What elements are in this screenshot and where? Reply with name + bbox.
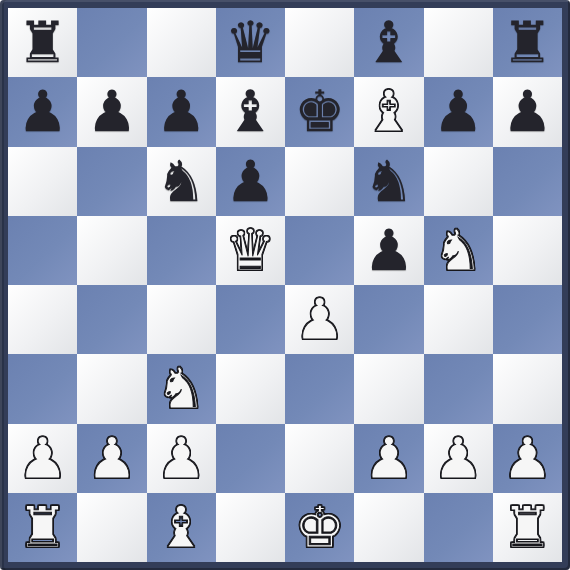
- square-b8[interactable]: [77, 8, 146, 77]
- piece-black-knight[interactable]: ♞: [156, 147, 207, 216]
- square-d2[interactable]: [216, 424, 285, 493]
- square-c1[interactable]: ♝: [147, 493, 216, 562]
- square-g5[interactable]: ♞: [424, 216, 493, 285]
- piece-black-pawn[interactable]: ♟: [86, 77, 137, 146]
- square-b2[interactable]: ♟: [77, 424, 146, 493]
- piece-black-knight[interactable]: ♞: [363, 147, 414, 216]
- piece-white-queen[interactable]: ♛: [225, 216, 276, 285]
- square-f4[interactable]: [354, 285, 423, 354]
- square-f7[interactable]: ♝: [354, 77, 423, 146]
- piece-white-pawn[interactable]: ♟: [86, 424, 137, 493]
- board-frame: ♜♛♝♜♟♟♟♝♚♝♟♟♞♟♞♛♟♞♟♞♟♟♟♟♟♟♜♝♚♜: [0, 0, 570, 570]
- piece-white-pawn[interactable]: ♟: [502, 424, 553, 493]
- piece-black-pawn[interactable]: ♟: [225, 147, 276, 216]
- square-b6[interactable]: [77, 147, 146, 216]
- square-f3[interactable]: [354, 354, 423, 423]
- square-c3[interactable]: ♞: [147, 354, 216, 423]
- piece-white-pawn[interactable]: ♟: [433, 424, 484, 493]
- square-a4[interactable]: [8, 285, 77, 354]
- piece-black-pawn[interactable]: ♟: [17, 77, 68, 146]
- square-a7[interactable]: ♟: [8, 77, 77, 146]
- piece-white-pawn[interactable]: ♟: [156, 424, 207, 493]
- square-h4[interactable]: [493, 285, 562, 354]
- square-h2[interactable]: ♟: [493, 424, 562, 493]
- square-c6[interactable]: ♞: [147, 147, 216, 216]
- square-b7[interactable]: ♟: [77, 77, 146, 146]
- square-a2[interactable]: ♟: [8, 424, 77, 493]
- chess-board: ♜♛♝♜♟♟♟♝♚♝♟♟♞♟♞♛♟♞♟♞♟♟♟♟♟♟♜♝♚♜: [8, 8, 562, 562]
- square-f8[interactable]: ♝: [354, 8, 423, 77]
- square-g2[interactable]: ♟: [424, 424, 493, 493]
- piece-white-knight[interactable]: ♞: [156, 354, 207, 423]
- piece-white-knight[interactable]: ♞: [433, 216, 484, 285]
- piece-black-pawn[interactable]: ♟: [156, 77, 207, 146]
- piece-white-rook[interactable]: ♜: [502, 493, 553, 562]
- square-b4[interactable]: [77, 285, 146, 354]
- square-g8[interactable]: [424, 8, 493, 77]
- square-b3[interactable]: [77, 354, 146, 423]
- square-h8[interactable]: ♜: [493, 8, 562, 77]
- square-e3[interactable]: [285, 354, 354, 423]
- square-a5[interactable]: [8, 216, 77, 285]
- piece-black-rook[interactable]: ♜: [17, 8, 68, 77]
- square-e2[interactable]: [285, 424, 354, 493]
- square-d5[interactable]: ♛: [216, 216, 285, 285]
- square-a8[interactable]: ♜: [8, 8, 77, 77]
- square-e7[interactable]: ♚: [285, 77, 354, 146]
- piece-black-pawn[interactable]: ♟: [502, 77, 553, 146]
- square-e4[interactable]: ♟: [285, 285, 354, 354]
- piece-white-pawn[interactable]: ♟: [363, 424, 414, 493]
- square-a3[interactable]: [8, 354, 77, 423]
- square-g7[interactable]: ♟: [424, 77, 493, 146]
- square-c4[interactable]: [147, 285, 216, 354]
- square-a6[interactable]: [8, 147, 77, 216]
- square-g6[interactable]: [424, 147, 493, 216]
- square-d7[interactable]: ♝: [216, 77, 285, 146]
- square-g3[interactable]: [424, 354, 493, 423]
- piece-black-bishop[interactable]: ♝: [225, 77, 276, 146]
- square-g4[interactable]: [424, 285, 493, 354]
- piece-white-king[interactable]: ♚: [294, 493, 345, 562]
- square-d3[interactable]: [216, 354, 285, 423]
- square-d1[interactable]: [216, 493, 285, 562]
- square-g1[interactable]: [424, 493, 493, 562]
- square-e1[interactable]: ♚: [285, 493, 354, 562]
- piece-black-rook[interactable]: ♜: [502, 8, 553, 77]
- square-e6[interactable]: [285, 147, 354, 216]
- square-h5[interactable]: [493, 216, 562, 285]
- square-h6[interactable]: [493, 147, 562, 216]
- square-e8[interactable]: [285, 8, 354, 77]
- square-h1[interactable]: ♜: [493, 493, 562, 562]
- piece-white-bishop[interactable]: ♝: [363, 77, 414, 146]
- piece-white-rook[interactable]: ♜: [17, 493, 68, 562]
- piece-white-pawn[interactable]: ♟: [294, 285, 345, 354]
- square-d6[interactable]: ♟: [216, 147, 285, 216]
- piece-white-bishop[interactable]: ♝: [156, 493, 207, 562]
- square-f1[interactable]: [354, 493, 423, 562]
- square-f6[interactable]: ♞: [354, 147, 423, 216]
- piece-black-bishop[interactable]: ♝: [363, 8, 414, 77]
- square-a1[interactable]: ♜: [8, 493, 77, 562]
- piece-white-pawn[interactable]: ♟: [17, 424, 68, 493]
- piece-black-pawn[interactable]: ♟: [433, 77, 484, 146]
- square-h3[interactable]: [493, 354, 562, 423]
- square-c5[interactable]: [147, 216, 216, 285]
- square-d4[interactable]: [216, 285, 285, 354]
- square-f2[interactable]: ♟: [354, 424, 423, 493]
- square-c7[interactable]: ♟: [147, 77, 216, 146]
- square-f5[interactable]: ♟: [354, 216, 423, 285]
- piece-black-queen[interactable]: ♛: [225, 8, 276, 77]
- square-b1[interactable]: [77, 493, 146, 562]
- square-e5[interactable]: [285, 216, 354, 285]
- piece-black-pawn[interactable]: ♟: [363, 216, 414, 285]
- square-c8[interactable]: [147, 8, 216, 77]
- square-c2[interactable]: ♟: [147, 424, 216, 493]
- square-h7[interactable]: ♟: [493, 77, 562, 146]
- piece-black-king[interactable]: ♚: [294, 77, 345, 146]
- square-b5[interactable]: [77, 216, 146, 285]
- square-d8[interactable]: ♛: [216, 8, 285, 77]
